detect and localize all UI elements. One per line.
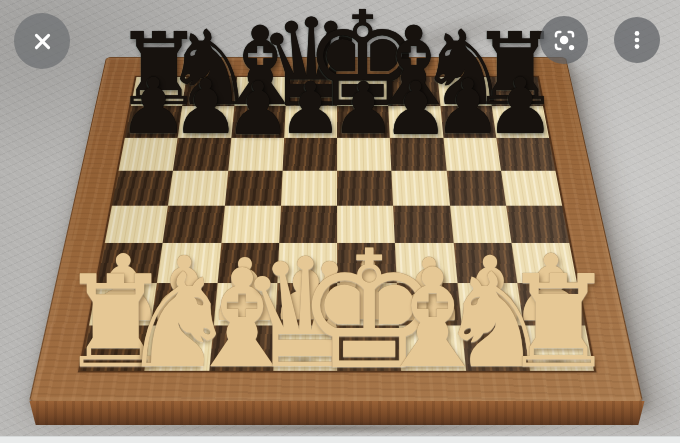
square-a7: [125, 106, 182, 137]
square-g2: [457, 283, 523, 325]
square-h5: [501, 171, 562, 206]
square-c7: [231, 106, 285, 137]
square-f4: [393, 206, 453, 243]
square-c8: [234, 77, 287, 107]
square-g3: [453, 243, 517, 283]
three-dot-menu-icon: [625, 28, 649, 52]
square-f8: [387, 77, 440, 107]
square-h2: [517, 283, 585, 325]
square-a5: [112, 171, 173, 206]
square-h3: [511, 243, 577, 283]
square-a8: [131, 77, 187, 107]
square-e2: [337, 283, 399, 325]
square-g1: [461, 325, 530, 370]
square-b1: [145, 325, 214, 370]
square-h6: [496, 137, 555, 170]
square-c6: [228, 137, 284, 170]
square-d5: [281, 171, 337, 206]
square-e6: [337, 137, 392, 170]
square-g4: [450, 206, 512, 243]
square-e3: [337, 243, 397, 283]
board-shadow: [16, 420, 664, 436]
square-f3: [395, 243, 457, 283]
square-a1: [80, 325, 151, 370]
square-e5: [337, 171, 393, 206]
square-b2: [151, 283, 217, 325]
close-button[interactable]: [14, 13, 70, 69]
square-e8: [337, 77, 389, 107]
square-a4: [105, 206, 168, 243]
square-c5: [224, 171, 282, 206]
square-e7: [337, 106, 390, 137]
square-f5: [392, 171, 450, 206]
square-g5: [446, 171, 506, 206]
square-b7: [178, 106, 234, 137]
square-a6: [119, 137, 178, 170]
square-d4: [279, 206, 337, 243]
square-d3: [277, 243, 337, 283]
chess-board: [29, 57, 643, 402]
square-g6: [443, 137, 501, 170]
square-b5: [168, 171, 228, 206]
square-c2: [213, 283, 277, 325]
square-g8: [437, 77, 491, 107]
square-d7: [284, 106, 337, 137]
square-b8: [182, 77, 236, 107]
lens-icon: [552, 28, 577, 53]
square-h4: [506, 206, 569, 243]
google-lens-button[interactable]: [540, 16, 588, 64]
square-d2: [275, 283, 337, 325]
square-c3: [217, 243, 279, 283]
square-d6: [282, 137, 337, 170]
square-c1: [209, 325, 275, 370]
square-f1: [399, 325, 465, 370]
viewer-bottom-bar: [0, 436, 680, 443]
square-d8: [285, 77, 337, 107]
square-h8: [487, 77, 543, 107]
square-a2: [89, 283, 157, 325]
square-e1: [337, 325, 401, 370]
square-g7: [440, 106, 496, 137]
square-f6: [390, 137, 446, 170]
square-a3: [97, 243, 163, 283]
square-d1: [273, 325, 337, 370]
square-h7: [491, 106, 549, 137]
x-icon: [29, 28, 56, 55]
square-b4: [163, 206, 225, 243]
more-options-button[interactable]: [614, 17, 660, 63]
board-squares: [80, 77, 594, 371]
square-f7: [388, 106, 443, 137]
square-f2: [397, 283, 461, 325]
square-b6: [173, 137, 231, 170]
square-b3: [157, 243, 221, 283]
square-h1: [523, 325, 594, 370]
square-c4: [221, 206, 281, 243]
square-e4: [337, 206, 395, 243]
